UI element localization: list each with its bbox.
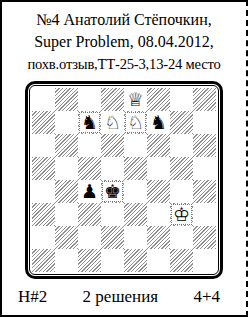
square-d1[interactable]	[101, 249, 124, 272]
square-h3[interactable]	[193, 203, 216, 226]
square-a5[interactable]	[32, 157, 55, 180]
square-f4[interactable]	[147, 180, 170, 203]
square-f1[interactable]	[147, 249, 170, 272]
square-a2[interactable]	[32, 226, 55, 249]
square-h5[interactable]	[193, 157, 216, 180]
square-d2[interactable]	[101, 226, 124, 249]
award-line: похв.отзыв,ТТ-25-3,13-24 место	[2, 53, 246, 75]
board-frame-outer: ♕♞♘♘♞♟♚♔	[25, 81, 223, 279]
square-g2[interactable]	[170, 226, 193, 249]
square-e7[interactable]: ♘	[124, 111, 147, 134]
square-d3[interactable]	[101, 203, 124, 226]
square-e2[interactable]	[124, 226, 147, 249]
square-c3[interactable]	[78, 203, 101, 226]
square-b1[interactable]	[55, 249, 78, 272]
square-h4[interactable]	[193, 180, 216, 203]
square-g1[interactable]	[170, 249, 193, 272]
square-f3[interactable]	[147, 203, 170, 226]
square-c8[interactable]	[78, 88, 101, 111]
material-count-label: 4+4	[193, 287, 220, 307]
square-e1[interactable]	[124, 249, 147, 272]
square-e3[interactable]	[124, 203, 147, 226]
square-g5[interactable]	[170, 157, 193, 180]
square-d6[interactable]	[101, 134, 124, 157]
square-d5[interactable]	[101, 157, 124, 180]
square-g4[interactable]	[170, 180, 193, 203]
square-b6[interactable]	[55, 134, 78, 157]
problem-number-and-author: №4 Анатолий Стёпочкин,	[2, 9, 246, 31]
square-h1[interactable]	[193, 249, 216, 272]
square-c2[interactable]	[78, 226, 101, 249]
square-b4[interactable]	[55, 180, 78, 203]
square-b3[interactable]	[55, 203, 78, 226]
square-b2[interactable]	[55, 226, 78, 249]
square-g3[interactable]: ♔	[170, 203, 193, 226]
square-c6[interactable]	[78, 134, 101, 157]
square-c1[interactable]	[78, 249, 101, 272]
square-d4[interactable]: ♚	[101, 180, 124, 203]
square-h6[interactable]	[193, 134, 216, 157]
piece-white-queen[interactable]: ♕	[125, 89, 146, 110]
square-f5[interactable]	[147, 157, 170, 180]
square-d8[interactable]	[101, 88, 124, 111]
chess-board: ♕♞♘♘♞♟♚♔	[32, 88, 216, 272]
square-c7[interactable]: ♞	[78, 111, 101, 134]
square-a3[interactable]	[32, 203, 55, 226]
square-g8[interactable]	[170, 88, 193, 111]
square-h2[interactable]	[193, 226, 216, 249]
square-e5[interactable]	[124, 157, 147, 180]
piece-black-pawn[interactable]: ♟	[79, 181, 100, 202]
board-frame-inner: ♕♞♘♘♞♟♚♔	[29, 85, 219, 275]
square-e4[interactable]	[124, 180, 147, 203]
problem-header: №4 Анатолий Стёпочкин, Super Problem, 08…	[2, 9, 246, 75]
source-and-date: Super Problem, 08.04.2012,	[2, 31, 246, 53]
caption: Н#2 2 решения 4+4	[2, 287, 246, 307]
square-a1[interactable]	[32, 249, 55, 272]
piece-white-king[interactable]: ♔	[171, 204, 192, 225]
square-a7[interactable]	[32, 111, 55, 134]
square-b5[interactable]	[55, 157, 78, 180]
square-a4[interactable]	[32, 180, 55, 203]
square-g6[interactable]	[170, 134, 193, 157]
square-g7[interactable]	[170, 111, 193, 134]
solutions-label: 2 решения	[83, 287, 158, 307]
square-e6[interactable]	[124, 134, 147, 157]
stipulation-label: Н#2	[18, 287, 47, 307]
square-f6[interactable]	[147, 134, 170, 157]
square-f2[interactable]	[147, 226, 170, 249]
piece-black-knight[interactable]: ♞	[79, 112, 100, 133]
piece-white-knight[interactable]: ♘	[125, 112, 146, 133]
square-f8[interactable]	[147, 88, 170, 111]
square-a6[interactable]	[32, 134, 55, 157]
square-d7[interactable]: ♘	[101, 111, 124, 134]
square-b7[interactable]	[55, 111, 78, 134]
piece-white-knight[interactable]: ♘	[102, 112, 123, 133]
square-b8[interactable]	[55, 88, 78, 111]
square-f7[interactable]: ♞	[147, 111, 170, 134]
square-a8[interactable]	[32, 88, 55, 111]
square-c4[interactable]: ♟	[78, 180, 101, 203]
piece-black-knight[interactable]: ♞	[148, 112, 169, 133]
square-e8[interactable]: ♕	[124, 88, 147, 111]
problem-card: №4 Анатолий Стёпочкин, Super Problem, 08…	[0, 0, 248, 317]
piece-black-king[interactable]: ♚	[102, 181, 123, 202]
square-h7[interactable]	[193, 111, 216, 134]
square-c5[interactable]	[78, 157, 101, 180]
square-h8[interactable]	[193, 88, 216, 111]
